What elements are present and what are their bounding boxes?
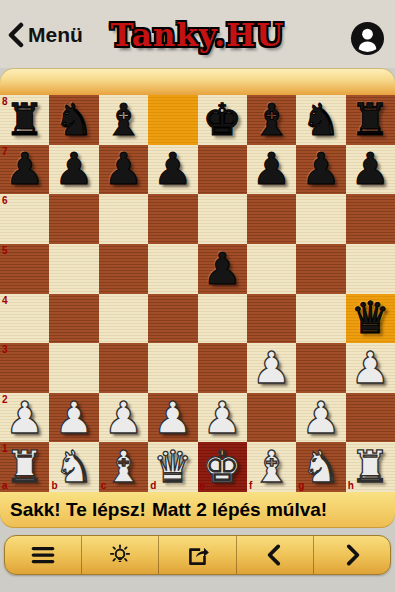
- file-label-f: f: [249, 480, 252, 491]
- white-pawn: ♟: [0, 393, 49, 443]
- square-e3[interactable]: [198, 343, 247, 393]
- white-rook: ♜: [0, 442, 49, 492]
- square-g3[interactable]: [296, 343, 345, 393]
- square-c6[interactable]: [99, 194, 148, 244]
- square-b5[interactable]: [49, 244, 98, 294]
- white-bishop: ♝: [247, 442, 296, 492]
- square-g5[interactable]: [296, 244, 345, 294]
- chevron-left-icon: [262, 542, 288, 568]
- square-a2[interactable]: 2♟: [0, 393, 49, 443]
- square-b8[interactable]: ♞: [49, 95, 98, 145]
- square-g1[interactable]: g♞: [296, 442, 345, 492]
- lightbulb-icon: [107, 542, 133, 568]
- black-pawn: ♟: [0, 145, 49, 195]
- white-pawn: ♟: [99, 393, 148, 443]
- black-pawn: ♟: [99, 145, 148, 195]
- rank-label-4: 4: [2, 295, 8, 306]
- white-bishop: ♝: [99, 442, 148, 492]
- square-g6[interactable]: [296, 194, 345, 244]
- profile-button[interactable]: [350, 21, 385, 56]
- white-rook: ♜: [346, 442, 395, 492]
- white-pawn: ♟: [296, 393, 345, 443]
- square-c8[interactable]: ♝: [99, 95, 148, 145]
- bottom-toolbar: [4, 535, 391, 575]
- share-button[interactable]: [158, 536, 235, 574]
- share-icon: [185, 542, 211, 568]
- square-b7[interactable]: ♟: [49, 145, 98, 195]
- square-c5[interactable]: [99, 244, 148, 294]
- square-f2[interactable]: [247, 393, 296, 443]
- black-pawn: ♟: [296, 145, 345, 195]
- square-b3[interactable]: [49, 343, 98, 393]
- square-f4[interactable]: [247, 294, 296, 344]
- square-h1[interactable]: h♜: [346, 442, 395, 492]
- square-b6[interactable]: [49, 194, 98, 244]
- white-knight: ♞: [49, 442, 98, 492]
- square-b2[interactable]: ♟: [49, 393, 98, 443]
- square-a1[interactable]: 1a♜: [0, 442, 49, 492]
- square-g4[interactable]: [296, 294, 345, 344]
- square-d5[interactable]: [148, 244, 197, 294]
- rank-label-3: 3: [2, 344, 8, 355]
- rank-label-1: 1: [2, 443, 8, 454]
- rank-label-6: 6: [2, 195, 8, 206]
- panel-top-band: [0, 68, 395, 95]
- move-list-button[interactable]: [5, 536, 81, 574]
- status-warning-text: Matt 2 lépés múlva!: [152, 499, 327, 521]
- black-pawn: ♟: [247, 145, 296, 195]
- square-a8[interactable]: 8♜: [0, 95, 49, 145]
- square-f8[interactable]: ♝: [247, 95, 296, 145]
- file-label-g: g: [298, 480, 304, 491]
- black-pawn: ♟: [346, 145, 395, 195]
- square-g8[interactable]: ♞: [296, 95, 345, 145]
- chevron-right-icon: [339, 542, 365, 568]
- square-g2[interactable]: ♟: [296, 393, 345, 443]
- square-d1[interactable]: d♛: [148, 442, 197, 492]
- black-knight: ♞: [49, 95, 98, 145]
- app-logo: Tanky.HU: [0, 17, 395, 53]
- square-h7[interactable]: ♟: [346, 145, 395, 195]
- previous-move-button[interactable]: [236, 536, 313, 574]
- status-text: Sakk! Te lépsz!: [10, 499, 146, 521]
- square-g7[interactable]: ♟: [296, 145, 345, 195]
- rank-label-8: 8: [2, 96, 8, 107]
- white-pawn: ♟: [247, 343, 296, 393]
- square-f6[interactable]: [247, 194, 296, 244]
- square-f5[interactable]: [247, 244, 296, 294]
- rank-label-2: 2: [2, 394, 8, 405]
- square-b4[interactable]: [49, 294, 98, 344]
- file-label-a: a: [2, 480, 8, 491]
- status-bar: Sakk! Te lépsz! Matt 2 lépés múlva!: [0, 492, 395, 528]
- next-move-button[interactable]: [313, 536, 390, 574]
- game-panel: 8♜♞♝♚♝♞♜7♟♟♟♟♟♟♟65♟4♛3♟♟2♟♟♟♟♟♟1a♜b♞c♝d♛…: [0, 68, 395, 528]
- black-queen: ♛: [346, 294, 395, 344]
- file-label-b: b: [51, 480, 57, 491]
- black-bishop: ♝: [247, 95, 296, 145]
- square-c2[interactable]: ♟: [99, 393, 148, 443]
- square-h4[interactable]: ♛: [346, 294, 395, 344]
- square-a4[interactable]: 4: [0, 294, 49, 344]
- square-d2[interactable]: ♟: [148, 393, 197, 443]
- chess-board[interactable]: 8♜♞♝♚♝♞♜7♟♟♟♟♟♟♟65♟4♛3♟♟2♟♟♟♟♟♟1a♜b♞c♝d♛…: [0, 95, 395, 492]
- black-king: ♚: [198, 95, 247, 145]
- white-pawn: ♟: [198, 393, 247, 443]
- square-e6[interactable]: [198, 194, 247, 244]
- square-c4[interactable]: [99, 294, 148, 344]
- black-rook: ♜: [0, 95, 49, 145]
- square-c1[interactable]: c♝: [99, 442, 148, 492]
- app-screen: Menü Tanky.HU 8♜♞♝♚♝♞♜7♟♟♟♟♟♟♟65♟4♛3♟♟2♟…: [0, 0, 395, 592]
- square-a6[interactable]: 6: [0, 194, 49, 244]
- square-d4[interactable]: [148, 294, 197, 344]
- square-e8[interactable]: ♚: [198, 95, 247, 145]
- square-d7[interactable]: ♟: [148, 145, 197, 195]
- square-e1[interactable]: e♚: [198, 442, 247, 492]
- black-pawn: ♟: [198, 244, 247, 294]
- square-h3[interactable]: ♟: [346, 343, 395, 393]
- rank-label-5: 5: [2, 245, 8, 256]
- black-rook: ♜: [346, 95, 395, 145]
- square-f3[interactable]: ♟: [247, 343, 296, 393]
- square-d3[interactable]: [148, 343, 197, 393]
- square-d6[interactable]: [148, 194, 197, 244]
- black-pawn: ♟: [49, 145, 98, 195]
- square-h6[interactable]: [346, 194, 395, 244]
- square-e5[interactable]: ♟: [198, 244, 247, 294]
- file-label-h: h: [348, 480, 354, 491]
- profile-icon: [350, 21, 385, 56]
- square-h2[interactable]: [346, 393, 395, 443]
- square-c7[interactable]: ♟: [99, 145, 148, 195]
- square-a7[interactable]: 7♟: [0, 145, 49, 195]
- square-e2[interactable]: ♟: [198, 393, 247, 443]
- square-h8[interactable]: ♜: [346, 95, 395, 145]
- white-king: ♚: [198, 442, 247, 492]
- white-pawn: ♟: [148, 393, 197, 443]
- black-knight: ♞: [296, 95, 345, 145]
- square-h5[interactable]: [346, 244, 395, 294]
- white-pawn: ♟: [346, 343, 395, 393]
- rank-label-7: 7: [2, 146, 8, 157]
- header: Menü Tanky.HU: [0, 0, 395, 68]
- white-queen: ♛: [148, 442, 197, 492]
- square-d8[interactable]: [148, 95, 197, 145]
- black-pawn: ♟: [148, 145, 197, 195]
- file-label-c: c: [101, 480, 107, 491]
- hint-button[interactable]: [81, 536, 158, 574]
- file-label-d: d: [150, 480, 156, 491]
- square-f7[interactable]: ♟: [247, 145, 296, 195]
- white-pawn: ♟: [49, 393, 98, 443]
- square-e4[interactable]: [198, 294, 247, 344]
- square-c3[interactable]: [99, 343, 148, 393]
- black-bishop: ♝: [99, 95, 148, 145]
- hamburger-icon: [30, 542, 56, 568]
- square-a3[interactable]: 3: [0, 343, 49, 393]
- file-label-e: e: [200, 480, 206, 491]
- square-a5[interactable]: 5: [0, 244, 49, 294]
- square-f1[interactable]: f♝: [247, 442, 296, 492]
- white-knight: ♞: [296, 442, 345, 492]
- square-b1[interactable]: b♞: [49, 442, 98, 492]
- square-e7[interactable]: [198, 145, 247, 195]
